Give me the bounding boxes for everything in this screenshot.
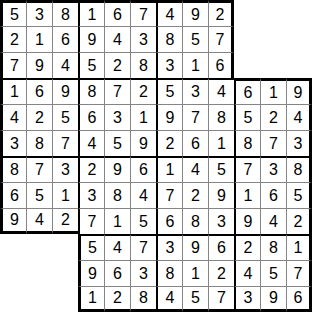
cell-r10c11[interactable]: 8 [260, 234, 286, 260]
cell-r5c3[interactable]: 5 [52, 104, 78, 130]
cell-r6c9[interactable]: 1 [208, 130, 234, 156]
cell-r7c3[interactable]: 3 [52, 156, 78, 182]
cell-r3c7[interactable]: 3 [156, 52, 182, 78]
cell-r6c11[interactable]: 7 [260, 130, 286, 156]
cell-r7c6[interactable]: 6 [130, 156, 156, 182]
cell-r9c3[interactable]: 2 [52, 208, 78, 234]
cell-r2c3[interactable]: 6 [52, 26, 78, 52]
cell-r9c7[interactable]: 6 [156, 208, 182, 234]
cell-r9c10[interactable]: 9 [234, 208, 260, 234]
cell-r7c9[interactable]: 5 [208, 156, 234, 182]
cell-r9c11[interactable]: 4 [260, 208, 286, 234]
cell-r2c6[interactable]: 3 [130, 26, 156, 52]
cell-r9c8[interactable]: 8 [182, 208, 208, 234]
cell-r1c4[interactable]: 1 [78, 0, 104, 26]
cell-r9c4[interactable]: 7 [78, 208, 104, 234]
cell-r12c5[interactable]: 2 [104, 286, 130, 312]
cell-r5c1[interactable]: 4 [0, 104, 26, 130]
cell-r6c4[interactable]: 4 [78, 130, 104, 156]
cell-r3c3[interactable]: 4 [52, 52, 78, 78]
cell-r7c1[interactable]: 8 [0, 156, 26, 182]
outside-board [286, 52, 312, 78]
cell-r11c6[interactable]: 3 [130, 260, 156, 286]
cell-r4c8[interactable]: 3 [182, 78, 208, 104]
cell-r1c3[interactable]: 8 [52, 0, 78, 26]
cell-r7c12[interactable]: 8 [286, 156, 312, 182]
cell-r10c9[interactable]: 6 [208, 234, 234, 260]
cell-r7c4[interactable]: 2 [78, 156, 104, 182]
cell-r2c7[interactable]: 8 [156, 26, 182, 52]
cell-r3c9[interactable]: 6 [208, 52, 234, 78]
cell-r12c10[interactable]: 3 [234, 286, 260, 312]
cell-r1c7[interactable]: 4 [156, 0, 182, 26]
cell-r4c2[interactable]: 6 [26, 78, 52, 104]
cell-r2c2[interactable]: 1 [26, 26, 52, 52]
cell-r4c3[interactable]: 9 [52, 78, 78, 104]
cell-r5c4[interactable]: 6 [78, 104, 104, 130]
outside-board [234, 0, 260, 26]
cell-r4c10[interactable]: 6 [234, 78, 260, 104]
cell-r8c10[interactable]: 1 [234, 182, 260, 208]
cell-r12c4[interactable]: 1 [78, 286, 104, 312]
cell-r12c6[interactable]: 8 [130, 286, 156, 312]
cell-r5c12[interactable]: 4 [286, 104, 312, 130]
outside-board [26, 286, 52, 312]
cell-r7c5[interactable]: 9 [104, 156, 130, 182]
cell-r11c12[interactable]: 7 [286, 260, 312, 286]
cell-r4c1[interactable]: 1 [0, 78, 26, 104]
cell-r3c6[interactable]: 8 [130, 52, 156, 78]
cell-r7c8[interactable]: 4 [182, 156, 208, 182]
cell-r5c11[interactable]: 2 [260, 104, 286, 130]
cell-r7c2[interactable]: 7 [26, 156, 52, 182]
cell-r8c6[interactable]: 4 [130, 182, 156, 208]
cell-r11c7[interactable]: 8 [156, 260, 182, 286]
cell-r3c2[interactable]: 9 [26, 52, 52, 78]
cell-r8c1[interactable]: 6 [0, 182, 26, 208]
cell-r10c6[interactable]: 7 [130, 234, 156, 260]
cell-r3c4[interactable]: 5 [78, 52, 104, 78]
cell-r4c12[interactable]: 9 [286, 78, 312, 104]
cell-r12c12[interactable]: 6 [286, 286, 312, 312]
cell-r4c4[interactable]: 8 [78, 78, 104, 104]
cell-r4c9[interactable]: 4 [208, 78, 234, 104]
cell-r5c7[interactable]: 9 [156, 104, 182, 130]
cell-r4c5[interactable]: 7 [104, 78, 130, 104]
cell-r11c11[interactable]: 5 [260, 260, 286, 286]
cell-r9c1[interactable]: 9 [0, 208, 26, 234]
cell-r2c8[interactable]: 5 [182, 26, 208, 52]
cell-r10c7[interactable]: 3 [156, 234, 182, 260]
outside-board [0, 234, 26, 260]
cell-r1c6[interactable]: 7 [130, 0, 156, 26]
cell-r12c8[interactable]: 5 [182, 286, 208, 312]
outside-board [0, 260, 26, 286]
cell-r4c11[interactable]: 1 [260, 78, 286, 104]
cell-r12c9[interactable]: 7 [208, 286, 234, 312]
cell-r10c5[interactable]: 4 [104, 234, 130, 260]
outside-board [286, 26, 312, 52]
cell-r1c5[interactable]: 6 [104, 0, 130, 26]
outside-board [234, 26, 260, 52]
cell-r6c1[interactable]: 3 [0, 130, 26, 156]
cell-r3c5[interactable]: 2 [104, 52, 130, 78]
cell-r3c8[interactable]: 1 [182, 52, 208, 78]
cell-r8c7[interactable]: 7 [156, 182, 182, 208]
cell-r1c9[interactable]: 2 [208, 0, 234, 26]
outside-board [260, 26, 286, 52]
outside-board [286, 0, 312, 26]
cell-r5c8[interactable]: 7 [182, 104, 208, 130]
cell-r1c1[interactable]: 5 [0, 0, 26, 26]
cell-r5c2[interactable]: 2 [26, 104, 52, 130]
cell-r6c7[interactable]: 2 [156, 130, 182, 156]
cell-r8c12[interactable]: 5 [286, 182, 312, 208]
outside-board [234, 52, 260, 78]
outside-board [52, 286, 78, 312]
cell-r8c2[interactable]: 5 [26, 182, 52, 208]
cell-r12c11[interactable]: 9 [260, 286, 286, 312]
cell-r9c2[interactable]: 4 [26, 208, 52, 234]
cell-r11c5[interactable]: 6 [104, 260, 130, 286]
sudoku-board: 5381674922169438577945283161698725346194… [0, 0, 312, 312]
cell-r1c2[interactable]: 3 [26, 0, 52, 26]
cell-r8c5[interactable]: 8 [104, 182, 130, 208]
cell-r6c10[interactable]: 8 [234, 130, 260, 156]
outside-board [26, 260, 52, 286]
outside-board [26, 234, 52, 260]
cell-r8c3[interactable]: 1 [52, 182, 78, 208]
cell-r6c8[interactable]: 6 [182, 130, 208, 156]
cell-r5c6[interactable]: 1 [130, 104, 156, 130]
cell-r8c4[interactable]: 3 [78, 182, 104, 208]
cell-r12c7[interactable]: 4 [156, 286, 182, 312]
cell-r7c11[interactable]: 3 [260, 156, 286, 182]
cell-r2c4[interactable]: 9 [78, 26, 104, 52]
cell-r8c8[interactable]: 2 [182, 182, 208, 208]
cell-r5c9[interactable]: 8 [208, 104, 234, 130]
cell-r9c5[interactable]: 1 [104, 208, 130, 234]
cell-r9c12[interactable]: 2 [286, 208, 312, 234]
cell-r6c12[interactable]: 3 [286, 130, 312, 156]
cell-r10c4[interactable]: 5 [78, 234, 104, 260]
cell-r4c7[interactable]: 5 [156, 78, 182, 104]
cell-r9c6[interactable]: 5 [130, 208, 156, 234]
cell-r5c5[interactable]: 3 [104, 104, 130, 130]
cell-r10c12[interactable]: 1 [286, 234, 312, 260]
cell-r6c2[interactable]: 8 [26, 130, 52, 156]
cell-r2c5[interactable]: 4 [104, 26, 130, 52]
cell-r10c10[interactable]: 2 [234, 234, 260, 260]
cell-r5c10[interactable]: 5 [234, 104, 260, 130]
cell-r3c1[interactable]: 7 [0, 52, 26, 78]
cell-r8c11[interactable]: 6 [260, 182, 286, 208]
outside-board [0, 286, 26, 312]
cell-r11c8[interactable]: 1 [182, 260, 208, 286]
cell-r8c9[interactable]: 9 [208, 182, 234, 208]
cell-r9c9[interactable]: 3 [208, 208, 234, 234]
cell-r7c10[interactable]: 7 [234, 156, 260, 182]
cell-r1c8[interactable]: 9 [182, 0, 208, 26]
cell-r10c8[interactable]: 9 [182, 234, 208, 260]
cell-r11c10[interactable]: 4 [234, 260, 260, 286]
cell-r11c9[interactable]: 2 [208, 260, 234, 286]
cell-r6c5[interactable]: 5 [104, 130, 130, 156]
cell-r2c9[interactable]: 7 [208, 26, 234, 52]
outside-board [52, 260, 78, 286]
cell-r6c6[interactable]: 9 [130, 130, 156, 156]
cell-r2c1[interactable]: 2 [0, 26, 26, 52]
cell-r6c3[interactable]: 7 [52, 130, 78, 156]
outside-board [52, 234, 78, 260]
cell-r4c6[interactable]: 2 [130, 78, 156, 104]
cell-r7c7[interactable]: 1 [156, 156, 182, 182]
cell-r11c4[interactable]: 9 [78, 260, 104, 286]
outside-board [260, 0, 286, 26]
outside-board [260, 52, 286, 78]
